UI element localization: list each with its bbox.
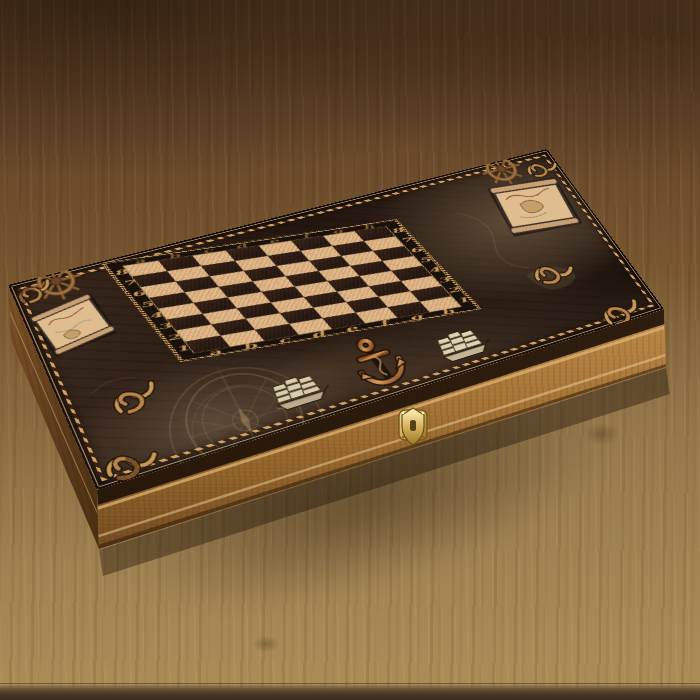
rope-knot-ornament xyxy=(528,260,581,288)
brass-clasp-latch xyxy=(396,404,430,448)
clasp-keyhole xyxy=(410,420,416,431)
product-photo: abcdefgh abcdefgh 12345678 12345678 xyxy=(0,0,700,700)
